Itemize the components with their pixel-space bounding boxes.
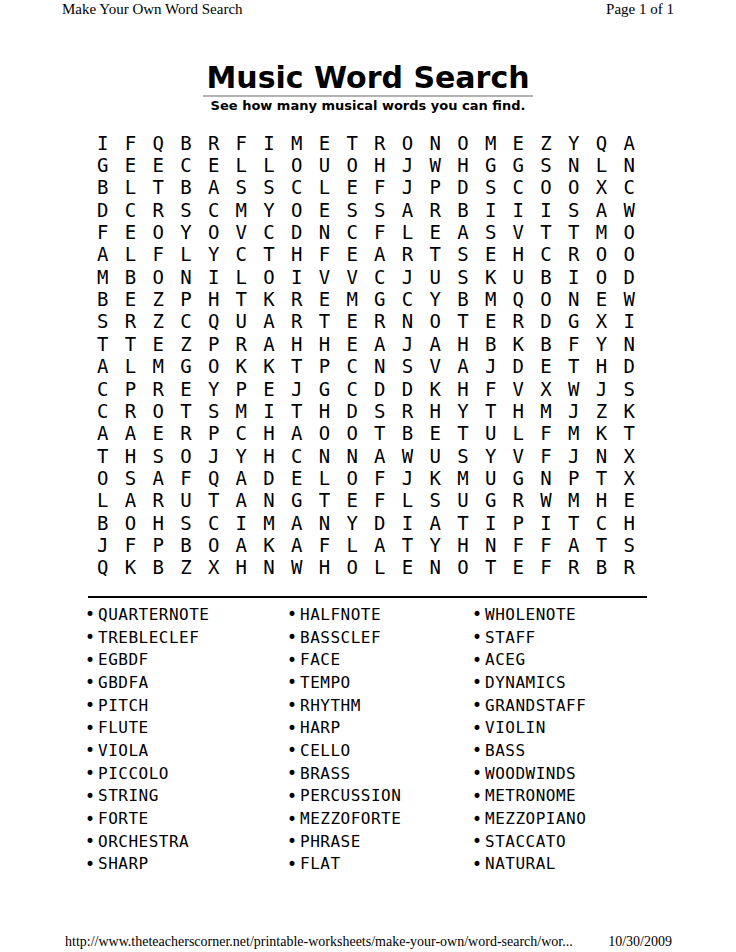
grid-cell-r16c11[interactable]: F <box>366 467 394 489</box>
grid-cell-r5c16[interactable]: V <box>505 221 533 243</box>
grid-cell-r4c20[interactable]: W <box>615 199 643 221</box>
grid-cell-r3c20[interactable]: C <box>615 177 643 199</box>
grid-cell-r16c4[interactable]: F <box>172 467 200 489</box>
grid-cell-r6c5[interactable]: Y <box>200 244 228 266</box>
grid-cell-r1c18[interactable]: Y <box>560 132 588 154</box>
grid-cell-r13c3[interactable]: O <box>144 400 172 422</box>
grid-cell-r20c9[interactable]: H <box>311 557 339 579</box>
grid-cell-r1c1[interactable]: I <box>89 132 117 154</box>
grid-cell-r16c17[interactable]: N <box>532 467 560 489</box>
grid-cell-r13c5[interactable]: S <box>200 400 228 422</box>
grid-cell-r15c11[interactable]: A <box>366 445 394 467</box>
grid-cell-r7c20[interactable]: D <box>615 266 643 288</box>
grid-cell-r9c12[interactable]: N <box>394 311 422 333</box>
grid-cell-r4c6[interactable]: M <box>228 199 256 221</box>
grid-cell-r16c7[interactable]: D <box>255 467 283 489</box>
grid-cell-r6c6[interactable]: C <box>228 244 256 266</box>
grid-cell-r7c10[interactable]: V <box>338 266 366 288</box>
grid-cell-r19c11[interactable]: A <box>366 534 394 556</box>
grid-cell-r7c19[interactable]: O <box>588 266 616 288</box>
grid-cell-r3c13[interactable]: P <box>421 177 449 199</box>
grid-cell-r16c14[interactable]: M <box>449 467 477 489</box>
grid-cell-r14c10[interactable]: O <box>338 423 366 445</box>
grid-cell-r11c19[interactable]: H <box>588 356 616 378</box>
grid-cell-r5c10[interactable]: C <box>338 221 366 243</box>
grid-cell-r14c14[interactable]: T <box>449 423 477 445</box>
grid-cell-r4c13[interactable]: R <box>421 199 449 221</box>
grid-cell-r10c2[interactable]: T <box>117 333 145 355</box>
grid-cell-r3c16[interactable]: C <box>505 177 533 199</box>
grid-cell-r20c18[interactable]: R <box>560 557 588 579</box>
grid-cell-r5c5[interactable]: O <box>200 221 228 243</box>
grid-cell-r5c12[interactable]: L <box>394 221 422 243</box>
grid-cell-r6c18[interactable]: R <box>560 244 588 266</box>
grid-cell-r9c19[interactable]: X <box>588 311 616 333</box>
grid-cell-r9c15[interactable]: E <box>477 311 505 333</box>
grid-cell-r9c17[interactable]: D <box>532 311 560 333</box>
word-list-item-trebleclef[interactable]: •TREBLECLEF <box>85 626 209 649</box>
grid-cell-r11c7[interactable]: K <box>255 356 283 378</box>
grid-cell-r4c8[interactable]: O <box>283 199 311 221</box>
grid-cell-r15c14[interactable]: S <box>449 445 477 467</box>
grid-cell-r1c12[interactable]: O <box>394 132 422 154</box>
grid-cell-r13c11[interactable]: S <box>366 400 394 422</box>
grid-cell-r10c11[interactable]: A <box>366 333 394 355</box>
grid-cell-r15c7[interactable]: H <box>255 445 283 467</box>
grid-cell-r8c6[interactable]: T <box>228 288 256 310</box>
grid-cell-r16c1[interactable]: O <box>89 467 117 489</box>
grid-cell-r13c6[interactable]: M <box>228 400 256 422</box>
grid-cell-r14c8[interactable]: A <box>283 423 311 445</box>
grid-cell-r10c3[interactable]: E <box>144 333 172 355</box>
grid-cell-r6c19[interactable]: O <box>588 244 616 266</box>
grid-cell-r2c18[interactable]: N <box>560 154 588 176</box>
grid-cell-r18c7[interactable]: M <box>255 512 283 534</box>
grid-cell-r6c4[interactable]: L <box>172 244 200 266</box>
grid-cell-r5c15[interactable]: S <box>477 221 505 243</box>
grid-cell-r15c8[interactable]: C <box>283 445 311 467</box>
grid-cell-r14c20[interactable]: T <box>615 423 643 445</box>
grid-cell-r12c11[interactable]: D <box>366 378 394 400</box>
grid-cell-r1c13[interactable]: N <box>421 132 449 154</box>
grid-cell-r17c19[interactable]: H <box>588 490 616 512</box>
grid-cell-r6c7[interactable]: T <box>255 244 283 266</box>
grid-cell-r3c12[interactable]: J <box>394 177 422 199</box>
grid-cell-r7c13[interactable]: U <box>421 266 449 288</box>
grid-cell-r12c13[interactable]: K <box>421 378 449 400</box>
grid-cell-r12c4[interactable]: E <box>172 378 200 400</box>
grid-cell-r18c18[interactable]: T <box>560 512 588 534</box>
grid-cell-r14c19[interactable]: K <box>588 423 616 445</box>
grid-cell-r20c14[interactable]: O <box>449 557 477 579</box>
grid-cell-r9c7[interactable]: A <box>255 311 283 333</box>
grid-cell-r8c20[interactable]: W <box>615 288 643 310</box>
grid-cell-r14c9[interactable]: O <box>311 423 339 445</box>
grid-cell-r16c12[interactable]: J <box>394 467 422 489</box>
grid-cell-r6c15[interactable]: E <box>477 244 505 266</box>
grid-cell-r11c13[interactable]: V <box>421 356 449 378</box>
grid-cell-r19c9[interactable]: F <box>311 534 339 556</box>
word-list-item-harp[interactable]: •HARP <box>287 716 401 739</box>
grid-cell-r12c2[interactable]: P <box>117 378 145 400</box>
grid-cell-r15c13[interactable]: U <box>421 445 449 467</box>
grid-cell-r10c19[interactable]: Y <box>588 333 616 355</box>
grid-cell-r17c7[interactable]: N <box>255 490 283 512</box>
word-list-item-face[interactable]: •FACE <box>287 648 401 671</box>
grid-cell-r16c2[interactable]: S <box>117 467 145 489</box>
grid-cell-r13c7[interactable]: I <box>255 400 283 422</box>
grid-cell-r12c5[interactable]: Y <box>200 378 228 400</box>
word-list-item-wholenote[interactable]: •WHOLENOTE <box>472 603 586 626</box>
grid-cell-r5c20[interactable]: O <box>615 221 643 243</box>
word-list-item-tempo[interactable]: •TEMPO <box>287 671 401 694</box>
grid-cell-r8c11[interactable]: G <box>366 288 394 310</box>
word-list-item-brass[interactable]: •BRASS <box>287 762 401 785</box>
grid-cell-r12c20[interactable]: S <box>615 378 643 400</box>
grid-cell-r18c14[interactable]: T <box>449 512 477 534</box>
grid-cell-r3c14[interactable]: D <box>449 177 477 199</box>
grid-cell-r13c4[interactable]: T <box>172 400 200 422</box>
grid-cell-r3c11[interactable]: F <box>366 177 394 199</box>
grid-cell-r2c7[interactable]: L <box>255 154 283 176</box>
grid-cell-r20c10[interactable]: O <box>338 557 366 579</box>
grid-cell-r17c14[interactable]: U <box>449 490 477 512</box>
grid-cell-r2c14[interactable]: H <box>449 154 477 176</box>
grid-cell-r18c3[interactable]: H <box>144 512 172 534</box>
word-list-item-quarternote[interactable]: •QUARTERNOTE <box>85 603 209 626</box>
word-list-item-woodwinds[interactable]: •WOODWINDS <box>472 762 586 785</box>
grid-cell-r16c6[interactable]: A <box>228 467 256 489</box>
grid-cell-r11c9[interactable]: P <box>311 356 339 378</box>
grid-cell-r17c13[interactable]: S <box>421 490 449 512</box>
grid-cell-r5c19[interactable]: M <box>588 221 616 243</box>
word-list-item-staff[interactable]: •STAFF <box>472 626 586 649</box>
grid-cell-r19c10[interactable]: L <box>338 534 366 556</box>
grid-cell-r3c17[interactable]: O <box>532 177 560 199</box>
grid-cell-r14c1[interactable]: A <box>89 423 117 445</box>
grid-cell-r14c5[interactable]: P <box>200 423 228 445</box>
grid-cell-r6c2[interactable]: L <box>117 244 145 266</box>
grid-cell-r9c2[interactable]: R <box>117 311 145 333</box>
grid-cell-r20c11[interactable]: L <box>366 557 394 579</box>
grid-cell-r18c11[interactable]: D <box>366 512 394 534</box>
grid-cell-r12c6[interactable]: P <box>228 378 256 400</box>
grid-cell-r15c2[interactable]: H <box>117 445 145 467</box>
grid-cell-r12c16[interactable]: V <box>505 378 533 400</box>
grid-cell-r14c6[interactable]: C <box>228 423 256 445</box>
grid-cell-r10c5[interactable]: P <box>200 333 228 355</box>
grid-cell-r6c14[interactable]: S <box>449 244 477 266</box>
grid-cell-r18c19[interactable]: C <box>588 512 616 534</box>
grid-cell-r9c13[interactable]: O <box>421 311 449 333</box>
grid-cell-r8c13[interactable]: Y <box>421 288 449 310</box>
grid-cell-r20c17[interactable]: F <box>532 557 560 579</box>
grid-cell-r11c18[interactable]: T <box>560 356 588 378</box>
word-list-item-percussion[interactable]: •PERCUSSION <box>287 785 401 808</box>
grid-cell-r20c15[interactable]: T <box>477 557 505 579</box>
grid-cell-r1c14[interactable]: O <box>449 132 477 154</box>
grid-cell-r10c15[interactable]: B <box>477 333 505 355</box>
grid-cell-r1c2[interactable]: F <box>117 132 145 154</box>
grid-cell-r11c20[interactable]: D <box>615 356 643 378</box>
grid-cell-r15c3[interactable]: S <box>144 445 172 467</box>
grid-cell-r18c4[interactable]: S <box>172 512 200 534</box>
grid-cell-r3c5[interactable]: A <box>200 177 228 199</box>
grid-cell-r8c7[interactable]: K <box>255 288 283 310</box>
grid-cell-r2c17[interactable]: S <box>532 154 560 176</box>
grid-cell-r7c18[interactable]: I <box>560 266 588 288</box>
grid-cell-r18c6[interactable]: I <box>228 512 256 534</box>
grid-cell-r19c8[interactable]: A <box>283 534 311 556</box>
grid-cell-r3c2[interactable]: L <box>117 177 145 199</box>
grid-cell-r19c5[interactable]: O <box>200 534 228 556</box>
grid-cell-r9c10[interactable]: E <box>338 311 366 333</box>
grid-cell-r16c8[interactable]: E <box>283 467 311 489</box>
grid-cell-r8c1[interactable]: B <box>89 288 117 310</box>
word-list-item-mezzopiano[interactable]: •MEZZOPIANO <box>472 807 586 830</box>
grid-cell-r6c17[interactable]: C <box>532 244 560 266</box>
grid-cell-r19c13[interactable]: Y <box>421 534 449 556</box>
grid-cell-r15c5[interactable]: J <box>200 445 228 467</box>
grid-cell-r9c11[interactable]: R <box>366 311 394 333</box>
grid-cell-r2c15[interactable]: G <box>477 154 505 176</box>
grid-cell-r20c16[interactable]: E <box>505 557 533 579</box>
grid-cell-r4c12[interactable]: A <box>394 199 422 221</box>
grid-cell-r8c14[interactable]: B <box>449 288 477 310</box>
grid-cell-r7c11[interactable]: C <box>366 266 394 288</box>
grid-cell-r16c10[interactable]: O <box>338 467 366 489</box>
grid-cell-r3c4[interactable]: B <box>172 177 200 199</box>
grid-cell-r6c9[interactable]: F <box>311 244 339 266</box>
grid-cell-r16c18[interactable]: P <box>560 467 588 489</box>
grid-cell-r18c16[interactable]: P <box>505 512 533 534</box>
word-list-item-flat[interactable]: •FLAT <box>287 853 401 876</box>
grid-cell-r18c5[interactable]: C <box>200 512 228 534</box>
grid-cell-r2c20[interactable]: N <box>615 154 643 176</box>
grid-cell-r15c12[interactable]: W <box>394 445 422 467</box>
grid-cell-r19c7[interactable]: K <box>255 534 283 556</box>
grid-cell-r17c16[interactable]: R <box>505 490 533 512</box>
grid-cell-r15c4[interactable]: O <box>172 445 200 467</box>
grid-cell-r10c20[interactable]: N <box>615 333 643 355</box>
grid-cell-r10c1[interactable]: T <box>89 333 117 355</box>
word-list-item-halfnote[interactable]: •HALFNOTE <box>287 603 401 626</box>
grid-cell-r15c16[interactable]: V <box>505 445 533 467</box>
grid-cell-r11c2[interactable]: L <box>117 356 145 378</box>
word-list-item-aceg[interactable]: •ACEG <box>472 648 586 671</box>
grid-cell-r14c15[interactable]: U <box>477 423 505 445</box>
grid-cell-r2c2[interactable]: E <box>117 154 145 176</box>
grid-cell-r11c14[interactable]: A <box>449 356 477 378</box>
grid-cell-r20c7[interactable]: N <box>255 557 283 579</box>
grid-cell-r12c10[interactable]: C <box>338 378 366 400</box>
grid-cell-r17c4[interactable]: U <box>172 490 200 512</box>
grid-cell-r13c16[interactable]: H <box>505 400 533 422</box>
grid-cell-r9c6[interactable]: U <box>228 311 256 333</box>
grid-cell-r4c7[interactable]: Y <box>255 199 283 221</box>
grid-cell-r12c1[interactable]: C <box>89 378 117 400</box>
grid-cell-r11c10[interactable]: C <box>338 356 366 378</box>
grid-cell-r6c16[interactable]: H <box>505 244 533 266</box>
grid-cell-r8c10[interactable]: M <box>338 288 366 310</box>
grid-cell-r10c10[interactable]: E <box>338 333 366 355</box>
grid-cell-r9c18[interactable]: G <box>560 311 588 333</box>
grid-cell-r19c15[interactable]: N <box>477 534 505 556</box>
grid-cell-r1c19[interactable]: Q <box>588 132 616 154</box>
grid-cell-r10c12[interactable]: J <box>394 333 422 355</box>
word-list-item-sharp[interactable]: •SHARP <box>85 853 209 876</box>
grid-cell-r4c14[interactable]: B <box>449 199 477 221</box>
word-list-item-dynamics[interactable]: •DYNAMICS <box>472 671 586 694</box>
grid-cell-r19c6[interactable]: A <box>228 534 256 556</box>
grid-cell-r6c20[interactable]: O <box>615 244 643 266</box>
grid-cell-r11c6[interactable]: K <box>228 356 256 378</box>
word-list-item-metronome[interactable]: •METRONOME <box>472 785 586 808</box>
grid-cell-r7c17[interactable]: B <box>532 266 560 288</box>
grid-cell-r20c5[interactable]: X <box>200 557 228 579</box>
grid-cell-r13c1[interactable]: C <box>89 400 117 422</box>
grid-cell-r14c11[interactable]: T <box>366 423 394 445</box>
grid-cell-r16c3[interactable]: A <box>144 467 172 489</box>
grid-cell-r11c4[interactable]: G <box>172 356 200 378</box>
grid-cell-r10c6[interactable]: R <box>228 333 256 355</box>
grid-cell-r14c17[interactable]: F <box>532 423 560 445</box>
word-list-item-egbdf[interactable]: •EGBDF <box>85 648 209 671</box>
grid-cell-r13c13[interactable]: H <box>421 400 449 422</box>
grid-cell-r10c14[interactable]: H <box>449 333 477 355</box>
grid-cell-r19c20[interactable]: S <box>615 534 643 556</box>
grid-cell-r7c3[interactable]: O <box>144 266 172 288</box>
grid-cell-r6c13[interactable]: T <box>421 244 449 266</box>
grid-cell-r20c6[interactable]: H <box>228 557 256 579</box>
grid-cell-r18c8[interactable]: A <box>283 512 311 534</box>
grid-cell-r11c15[interactable]: J <box>477 356 505 378</box>
grid-cell-r5c7[interactable]: C <box>255 221 283 243</box>
grid-cell-r12c7[interactable]: E <box>255 378 283 400</box>
grid-cell-r8c2[interactable]: E <box>117 288 145 310</box>
word-list-item-bassclef[interactable]: •BASSCLEF <box>287 626 401 649</box>
grid-cell-r13c15[interactable]: T <box>477 400 505 422</box>
grid-cell-r11c8[interactable]: T <box>283 356 311 378</box>
grid-cell-r16c19[interactable]: T <box>588 467 616 489</box>
grid-cell-r18c20[interactable]: H <box>615 512 643 534</box>
grid-cell-r5c3[interactable]: O <box>144 221 172 243</box>
grid-cell-r5c2[interactable]: E <box>117 221 145 243</box>
grid-cell-r7c14[interactable]: S <box>449 266 477 288</box>
grid-cell-r20c4[interactable]: Z <box>172 557 200 579</box>
grid-cell-r4c4[interactable]: S <box>172 199 200 221</box>
grid-cell-r1c7[interactable]: I <box>255 132 283 154</box>
grid-cell-r11c12[interactable]: S <box>394 356 422 378</box>
grid-cell-r15c17[interactable]: F <box>532 445 560 467</box>
grid-cell-r7c6[interactable]: L <box>228 266 256 288</box>
grid-cell-r9c8[interactable]: R <box>283 311 311 333</box>
grid-cell-r20c19[interactable]: B <box>588 557 616 579</box>
grid-cell-r1c11[interactable]: R <box>366 132 394 154</box>
grid-cell-r15c6[interactable]: Y <box>228 445 256 467</box>
grid-cell-r7c2[interactable]: B <box>117 266 145 288</box>
grid-cell-r4c10[interactable]: S <box>338 199 366 221</box>
grid-cell-r12c12[interactable]: D <box>394 378 422 400</box>
grid-cell-r4c11[interactable]: S <box>366 199 394 221</box>
grid-cell-r3c15[interactable]: S <box>477 177 505 199</box>
grid-cell-r18c9[interactable]: N <box>311 512 339 534</box>
word-list-item-bass[interactable]: •BASS <box>472 739 586 762</box>
grid-cell-r2c4[interactable]: C <box>172 154 200 176</box>
grid-cell-r9c4[interactable]: C <box>172 311 200 333</box>
grid-cell-r12c18[interactable]: W <box>560 378 588 400</box>
grid-cell-r1c3[interactable]: Q <box>144 132 172 154</box>
grid-cell-r18c12[interactable]: I <box>394 512 422 534</box>
grid-cell-r4c3[interactable]: R <box>144 199 172 221</box>
grid-cell-r3c19[interactable]: X <box>588 177 616 199</box>
word-list-item-rhythm[interactable]: •RHYTHM <box>287 694 401 717</box>
grid-cell-r17c15[interactable]: G <box>477 490 505 512</box>
grid-cell-r7c4[interactable]: N <box>172 266 200 288</box>
grid-cell-r17c10[interactable]: E <box>338 490 366 512</box>
grid-cell-r2c10[interactable]: O <box>338 154 366 176</box>
grid-cell-r5c9[interactable]: N <box>311 221 339 243</box>
grid-cell-r10c9[interactable]: H <box>311 333 339 355</box>
word-list-item-flute[interactable]: •FLUTE <box>85 716 209 739</box>
grid-cell-r15c15[interactable]: Y <box>477 445 505 467</box>
grid-cell-r13c18[interactable]: J <box>560 400 588 422</box>
grid-cell-r8c5[interactable]: H <box>200 288 228 310</box>
grid-cell-r2c6[interactable]: L <box>228 154 256 176</box>
word-list-item-cello[interactable]: •CELLO <box>287 739 401 762</box>
grid-cell-r15c9[interactable]: N <box>311 445 339 467</box>
grid-cell-r12c17[interactable]: X <box>532 378 560 400</box>
grid-cell-r2c12[interactable]: J <box>394 154 422 176</box>
grid-cell-r14c3[interactable]: E <box>144 423 172 445</box>
grid-cell-r11c1[interactable]: A <box>89 356 117 378</box>
word-list-item-phrase[interactable]: •PHRASE <box>287 830 401 853</box>
grid-cell-r11c11[interactable]: N <box>366 356 394 378</box>
word-list-item-mezzoforte[interactable]: •MEZZOFORTE <box>287 807 401 830</box>
grid-cell-r17c8[interactable]: G <box>283 490 311 512</box>
grid-cell-r9c16[interactable]: R <box>505 311 533 333</box>
grid-cell-r5c18[interactable]: T <box>560 221 588 243</box>
grid-cell-r4c19[interactable]: A <box>588 199 616 221</box>
grid-cell-r6c10[interactable]: E <box>338 244 366 266</box>
grid-cell-r11c17[interactable]: E <box>532 356 560 378</box>
grid-cell-r14c16[interactable]: L <box>505 423 533 445</box>
grid-cell-r6c12[interactable]: R <box>394 244 422 266</box>
grid-cell-r9c14[interactable]: T <box>449 311 477 333</box>
grid-cell-r5c14[interactable]: A <box>449 221 477 243</box>
word-list-item-natural[interactable]: •NATURAL <box>472 853 586 876</box>
grid-cell-r3c6[interactable]: S <box>228 177 256 199</box>
grid-cell-r5c1[interactable]: F <box>89 221 117 243</box>
grid-cell-r8c17[interactable]: O <box>532 288 560 310</box>
grid-cell-r19c18[interactable]: A <box>560 534 588 556</box>
grid-cell-r16c13[interactable]: K <box>421 467 449 489</box>
grid-cell-r7c9[interactable]: V <box>311 266 339 288</box>
grid-cell-r2c16[interactable]: G <box>505 154 533 176</box>
grid-cell-r9c3[interactable]: Z <box>144 311 172 333</box>
grid-cell-r15c10[interactable]: N <box>338 445 366 467</box>
grid-cell-r7c7[interactable]: O <box>255 266 283 288</box>
grid-cell-r18c17[interactable]: I <box>532 512 560 534</box>
grid-cell-r7c15[interactable]: K <box>477 266 505 288</box>
grid-cell-r13c8[interactable]: T <box>283 400 311 422</box>
grid-cell-r10c7[interactable]: A <box>255 333 283 355</box>
grid-cell-r12c9[interactable]: G <box>311 378 339 400</box>
grid-cell-r18c15[interactable]: I <box>477 512 505 534</box>
grid-cell-r14c13[interactable]: E <box>421 423 449 445</box>
grid-cell-r19c4[interactable]: B <box>172 534 200 556</box>
grid-cell-r16c20[interactable]: X <box>615 467 643 489</box>
